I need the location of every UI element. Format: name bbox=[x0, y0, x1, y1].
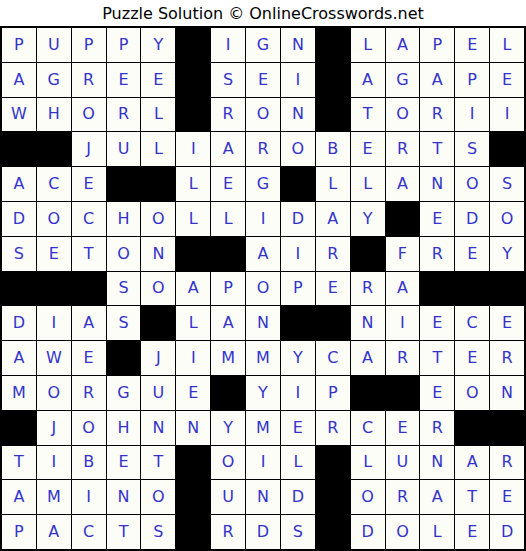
letter-cell: E bbox=[351, 132, 385, 166]
letter-cell: W bbox=[37, 341, 71, 375]
black-cell bbox=[176, 237, 210, 271]
black-cell bbox=[316, 306, 350, 340]
letter-cell: S bbox=[281, 515, 315, 549]
letter-cell: O bbox=[281, 132, 315, 166]
letter-cell: E bbox=[455, 237, 489, 271]
letter-cell: D bbox=[351, 515, 385, 549]
letter-cell: S bbox=[141, 515, 175, 549]
letter-cell: I bbox=[72, 480, 106, 514]
letter-cell: A bbox=[386, 28, 420, 62]
letter-cell: D bbox=[455, 202, 489, 236]
letter-cell: E bbox=[37, 237, 71, 271]
letter-cell: N bbox=[420, 446, 454, 480]
letter-cell: C bbox=[351, 411, 385, 445]
letter-cell: R bbox=[72, 376, 106, 410]
letter-cell: C bbox=[72, 515, 106, 549]
letter-cell: N bbox=[246, 306, 280, 340]
letter-cell: E bbox=[490, 63, 524, 97]
letter-cell: T bbox=[420, 341, 454, 375]
letter-cell: L bbox=[211, 202, 245, 236]
black-cell bbox=[490, 411, 524, 445]
letter-cell: L bbox=[176, 306, 210, 340]
letter-cell: N bbox=[107, 480, 141, 514]
letter-cell: A bbox=[420, 480, 454, 514]
letter-cell: O bbox=[37, 376, 71, 410]
letter-cell: C bbox=[72, 202, 106, 236]
letter-cell: P bbox=[281, 272, 315, 306]
letter-cell: R bbox=[490, 341, 524, 375]
black-cell bbox=[211, 376, 245, 410]
letter-cell: O bbox=[246, 98, 280, 132]
letter-cell: A bbox=[2, 167, 36, 201]
letter-cell: I bbox=[281, 237, 315, 271]
black-cell bbox=[386, 376, 420, 410]
black-cell bbox=[141, 167, 175, 201]
letter-cell: Y bbox=[490, 237, 524, 271]
letter-cell: N bbox=[246, 480, 280, 514]
letter-cell: M bbox=[211, 341, 245, 375]
letter-cell: R bbox=[107, 98, 141, 132]
letter-cell: O bbox=[72, 411, 106, 445]
letter-cell: E bbox=[455, 28, 489, 62]
letter-cell: I bbox=[490, 98, 524, 132]
letter-cell: S bbox=[490, 167, 524, 201]
letter-cell: A bbox=[351, 63, 385, 97]
black-cell bbox=[386, 202, 420, 236]
letter-cell: U bbox=[37, 28, 71, 62]
letter-cell: T bbox=[72, 237, 106, 271]
letter-cell: D bbox=[2, 306, 36, 340]
black-cell bbox=[2, 411, 36, 445]
black-cell bbox=[455, 272, 489, 306]
letter-cell: P bbox=[2, 28, 36, 62]
letter-cell: I bbox=[246, 202, 280, 236]
black-cell bbox=[176, 515, 210, 549]
letter-cell: A bbox=[2, 341, 36, 375]
letter-cell: O bbox=[37, 202, 71, 236]
letter-cell: O bbox=[141, 480, 175, 514]
letter-cell: E bbox=[141, 63, 175, 97]
letter-cell: Y bbox=[351, 202, 385, 236]
letter-cell: D bbox=[246, 515, 280, 549]
letter-cell: R bbox=[211, 515, 245, 549]
black-cell bbox=[281, 167, 315, 201]
black-cell bbox=[490, 132, 524, 166]
letter-cell: O bbox=[107, 237, 141, 271]
crossword-grid: PUPPYIGNLAPELAGREESEIAGAPEWHORLRONTORIIJ… bbox=[0, 26, 526, 551]
letter-cell: I bbox=[281, 376, 315, 410]
letter-cell: E bbox=[455, 341, 489, 375]
letter-cell: A bbox=[2, 63, 36, 97]
letter-cell: R bbox=[386, 341, 420, 375]
letter-cell: E bbox=[281, 411, 315, 445]
letter-cell: S bbox=[211, 63, 245, 97]
letter-cell: O bbox=[141, 202, 175, 236]
black-cell bbox=[351, 237, 385, 271]
letter-cell: R bbox=[316, 237, 350, 271]
letter-cell: L bbox=[351, 28, 385, 62]
letter-cell: N bbox=[281, 98, 315, 132]
letter-cell: Y bbox=[211, 411, 245, 445]
letter-cell: B bbox=[316, 132, 350, 166]
letter-cell: C bbox=[455, 306, 489, 340]
letter-cell: R bbox=[72, 63, 106, 97]
letter-cell: A bbox=[351, 341, 385, 375]
black-cell bbox=[2, 132, 36, 166]
black-cell bbox=[72, 272, 106, 306]
letter-cell: P bbox=[420, 28, 454, 62]
letter-cell: R bbox=[211, 98, 245, 132]
letter-cell: A bbox=[37, 515, 71, 549]
letter-cell: N bbox=[420, 167, 454, 201]
letter-cell: M bbox=[246, 341, 280, 375]
letter-cell: I bbox=[37, 306, 71, 340]
letter-cell: E bbox=[420, 202, 454, 236]
letter-cell: L bbox=[141, 98, 175, 132]
letter-cell: L bbox=[176, 167, 210, 201]
letter-cell: E bbox=[211, 167, 245, 201]
letter-cell: M bbox=[2, 376, 36, 410]
letter-cell: H bbox=[107, 202, 141, 236]
letter-cell: O bbox=[246, 272, 280, 306]
letter-cell: H bbox=[37, 98, 71, 132]
letter-cell: O bbox=[72, 98, 106, 132]
letter-cell: F bbox=[386, 237, 420, 271]
letter-cell: E bbox=[386, 411, 420, 445]
letter-cell: U bbox=[141, 376, 175, 410]
letter-cell: U bbox=[211, 480, 245, 514]
black-cell bbox=[316, 480, 350, 514]
letter-cell: T bbox=[455, 480, 489, 514]
letter-cell: N bbox=[141, 411, 175, 445]
letter-cell: J bbox=[72, 132, 106, 166]
letter-cell: G bbox=[386, 63, 420, 97]
letter-cell: E bbox=[490, 480, 524, 514]
letter-cell: L bbox=[351, 446, 385, 480]
black-cell bbox=[455, 411, 489, 445]
letter-cell: W bbox=[2, 98, 36, 132]
black-cell bbox=[316, 446, 350, 480]
letter-cell: E bbox=[455, 515, 489, 549]
letter-cell: G bbox=[107, 376, 141, 410]
letter-cell: D bbox=[281, 480, 315, 514]
letter-cell: B bbox=[72, 446, 106, 480]
black-cell bbox=[316, 28, 350, 62]
letter-cell: N bbox=[490, 376, 524, 410]
letter-cell: P bbox=[72, 28, 106, 62]
page-title: Puzzle Solution © OnlineCrosswords.net bbox=[0, 0, 526, 26]
letter-cell: C bbox=[316, 341, 350, 375]
letter-cell: Y bbox=[281, 341, 315, 375]
letter-cell: I bbox=[386, 306, 420, 340]
black-cell bbox=[351, 376, 385, 410]
letter-cell: P bbox=[107, 28, 141, 62]
letter-cell: S bbox=[107, 306, 141, 340]
letter-cell: I bbox=[176, 341, 210, 375]
letter-cell: P bbox=[455, 63, 489, 97]
letter-cell: L bbox=[281, 446, 315, 480]
letter-cell: I bbox=[211, 28, 245, 62]
letter-cell: A bbox=[455, 446, 489, 480]
letter-cell: T bbox=[141, 446, 175, 480]
letter-cell: R bbox=[420, 237, 454, 271]
letter-cell: S bbox=[107, 272, 141, 306]
black-cell bbox=[281, 306, 315, 340]
letter-cell: M bbox=[37, 480, 71, 514]
letter-cell: D bbox=[281, 202, 315, 236]
letter-cell: J bbox=[37, 411, 71, 445]
black-cell bbox=[316, 515, 350, 549]
letter-cell: Y bbox=[141, 28, 175, 62]
black-cell bbox=[176, 480, 210, 514]
black-cell bbox=[2, 272, 36, 306]
letter-cell: I bbox=[455, 98, 489, 132]
letter-cell: T bbox=[351, 98, 385, 132]
letter-cell: E bbox=[420, 376, 454, 410]
letter-cell: I bbox=[176, 132, 210, 166]
black-cell bbox=[176, 446, 210, 480]
letter-cell: L bbox=[141, 132, 175, 166]
letter-cell: O bbox=[386, 515, 420, 549]
letter-cell: S bbox=[455, 132, 489, 166]
letter-cell: N bbox=[281, 28, 315, 62]
letter-cell: I bbox=[246, 446, 280, 480]
letter-cell: T bbox=[420, 132, 454, 166]
letter-cell: O bbox=[141, 272, 175, 306]
letter-cell: I bbox=[37, 446, 71, 480]
letter-cell: A bbox=[386, 272, 420, 306]
letter-cell: R bbox=[316, 411, 350, 445]
letter-cell: N bbox=[141, 237, 175, 271]
letter-cell: R bbox=[420, 98, 454, 132]
letter-cell: E bbox=[420, 306, 454, 340]
letter-cell: A bbox=[211, 306, 245, 340]
letter-cell: E bbox=[176, 376, 210, 410]
letter-cell: Y bbox=[246, 376, 280, 410]
letter-cell: S bbox=[2, 237, 36, 271]
black-cell bbox=[176, 28, 210, 62]
letter-cell: E bbox=[316, 272, 350, 306]
black-cell bbox=[107, 167, 141, 201]
letter-cell: O bbox=[455, 167, 489, 201]
letter-cell: D bbox=[490, 515, 524, 549]
letter-cell: O bbox=[455, 376, 489, 410]
letter-cell: A bbox=[2, 480, 36, 514]
puzzle-solution-page: Puzzle Solution © OnlineCrosswords.net P… bbox=[0, 0, 526, 551]
letter-cell: O bbox=[351, 480, 385, 514]
letter-cell: M bbox=[246, 411, 280, 445]
letter-cell: G bbox=[246, 167, 280, 201]
letter-cell: A bbox=[176, 272, 210, 306]
black-cell bbox=[176, 98, 210, 132]
letter-cell: A bbox=[211, 132, 245, 166]
black-cell bbox=[141, 306, 175, 340]
letter-cell: U bbox=[386, 446, 420, 480]
letter-cell: U bbox=[107, 132, 141, 166]
letter-cell: O bbox=[490, 202, 524, 236]
letter-cell: I bbox=[281, 63, 315, 97]
letter-cell: J bbox=[141, 341, 175, 375]
letter-cell: A bbox=[72, 306, 106, 340]
letter-cell: L bbox=[490, 28, 524, 62]
letter-cell: L bbox=[176, 202, 210, 236]
letter-cell: P bbox=[316, 376, 350, 410]
letter-cell: E bbox=[246, 63, 280, 97]
letter-cell: N bbox=[351, 306, 385, 340]
letter-cell: G bbox=[37, 63, 71, 97]
black-cell bbox=[37, 272, 71, 306]
letter-cell: L bbox=[420, 515, 454, 549]
letter-cell: R bbox=[386, 132, 420, 166]
letter-cell: E bbox=[107, 446, 141, 480]
black-cell bbox=[211, 237, 245, 271]
letter-cell: A bbox=[420, 63, 454, 97]
letter-cell: T bbox=[107, 515, 141, 549]
letter-cell: P bbox=[2, 515, 36, 549]
letter-cell: E bbox=[72, 167, 106, 201]
black-cell bbox=[316, 98, 350, 132]
letter-cell: E bbox=[72, 341, 106, 375]
letter-cell: C bbox=[37, 167, 71, 201]
letter-cell: H bbox=[107, 411, 141, 445]
letter-cell: E bbox=[107, 63, 141, 97]
letter-cell: A bbox=[386, 167, 420, 201]
letter-cell: T bbox=[2, 446, 36, 480]
letter-cell: O bbox=[386, 98, 420, 132]
black-cell bbox=[176, 63, 210, 97]
letter-cell: R bbox=[420, 411, 454, 445]
letter-cell: E bbox=[490, 306, 524, 340]
letter-cell: R bbox=[490, 446, 524, 480]
letter-cell: A bbox=[246, 237, 280, 271]
black-cell bbox=[490, 272, 524, 306]
letter-cell: G bbox=[246, 28, 280, 62]
letter-cell: D bbox=[2, 202, 36, 236]
black-cell bbox=[107, 341, 141, 375]
black-cell bbox=[316, 63, 350, 97]
letter-cell: R bbox=[246, 132, 280, 166]
letter-cell: P bbox=[211, 272, 245, 306]
black-cell bbox=[37, 132, 71, 166]
letter-cell: N bbox=[176, 411, 210, 445]
black-cell bbox=[420, 272, 454, 306]
letter-cell: R bbox=[386, 480, 420, 514]
letter-cell: A bbox=[316, 202, 350, 236]
letter-cell: L bbox=[316, 167, 350, 201]
letter-cell: L bbox=[351, 167, 385, 201]
letter-cell: O bbox=[211, 446, 245, 480]
letter-cell: R bbox=[351, 272, 385, 306]
